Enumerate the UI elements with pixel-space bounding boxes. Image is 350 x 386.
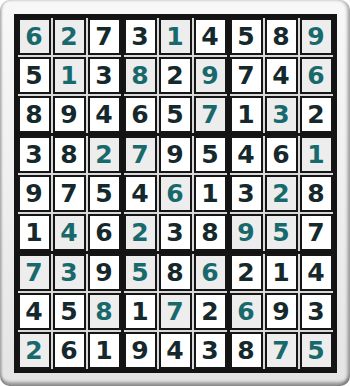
cell-r5c9[interactable]: 8 [300,175,333,212]
cell-r4c2[interactable]: 8 [53,136,86,173]
cell-r3c3[interactable]: 4 [88,96,121,133]
cell-r7c4[interactable]: 5 [124,254,157,291]
cell-r3c7[interactable]: 1 [230,96,263,133]
cell-r5c2[interactable]: 7 [53,175,86,212]
cell-r9c8[interactable]: 7 [265,332,298,369]
cell-r3c8[interactable]: 3 [265,96,298,133]
cell-r2c8[interactable]: 4 [265,57,298,94]
cell-r8c3[interactable]: 8 [88,293,121,330]
cell-r6c7[interactable]: 9 [230,214,263,251]
cell-r7c5[interactable]: 8 [159,254,192,291]
cell-r5c5[interactable]: 6 [159,175,192,212]
cell-r7c6[interactable]: 6 [194,254,227,291]
cell-r8c4[interactable]: 1 [124,293,157,330]
widget-frame: 6275138943148296575897461323829751467954… [0,0,350,386]
cell-r3c1[interactable]: 8 [18,96,51,133]
cell-r1c3[interactable]: 7 [88,18,121,55]
cell-r8c9[interactable]: 3 [300,293,333,330]
cell-r3c5[interactable]: 5 [159,96,192,133]
cell-r9c9[interactable]: 5 [300,332,333,369]
cell-r7c9[interactable]: 4 [300,254,333,291]
cell-r2c1[interactable]: 5 [18,57,51,94]
cell-r9c4[interactable]: 9 [124,332,157,369]
cell-r6c3[interactable]: 6 [88,214,121,251]
cell-r5c8[interactable]: 2 [265,175,298,212]
cell-r1c9[interactable]: 9 [300,18,333,55]
cell-r7c8[interactable]: 1 [265,254,298,291]
box-3-1: 739458261 [18,254,121,369]
cell-r2c9[interactable]: 6 [300,57,333,94]
cell-r2c2[interactable]: 1 [53,57,86,94]
cell-r8c2[interactable]: 5 [53,293,86,330]
cell-r8c7[interactable]: 6 [230,293,263,330]
box-2-2: 795461238 [124,136,227,251]
cell-r1c8[interactable]: 8 [265,18,298,55]
cell-r1c5[interactable]: 1 [159,18,192,55]
cell-r5c7[interactable]: 3 [230,175,263,212]
cell-r3c4[interactable]: 6 [124,96,157,133]
cell-r1c2[interactable]: 2 [53,18,86,55]
cell-r4c3[interactable]: 2 [88,136,121,173]
box-1-1: 627513894 [18,18,121,133]
box-2-1: 382975146 [18,136,121,251]
cell-r8c6[interactable]: 2 [194,293,227,330]
cell-r4c7[interactable]: 4 [230,136,263,173]
cell-r4c5[interactable]: 9 [159,136,192,173]
cell-r5c4[interactable]: 4 [124,175,157,212]
box-2-3: 461328957 [230,136,333,251]
cell-r6c5[interactable]: 3 [159,214,192,251]
cell-r9c1[interactable]: 2 [18,332,51,369]
cell-r8c8[interactable]: 9 [265,293,298,330]
cell-r3c6[interactable]: 7 [194,96,227,133]
cell-r1c4[interactable]: 3 [124,18,157,55]
cell-r5c3[interactable]: 5 [88,175,121,212]
cell-r6c8[interactable]: 5 [265,214,298,251]
sudoku-board: 6275138943148296575897461323829751467954… [14,14,337,373]
cell-r2c5[interactable]: 2 [159,57,192,94]
cell-r4c9[interactable]: 1 [300,136,333,173]
box-3-2: 586172943 [124,254,227,369]
cell-r9c3[interactable]: 1 [88,332,121,369]
cell-r7c7[interactable]: 2 [230,254,263,291]
cell-r3c2[interactable]: 9 [53,96,86,133]
cell-r2c4[interactable]: 8 [124,57,157,94]
cell-r2c6[interactable]: 9 [194,57,227,94]
cell-r9c5[interactable]: 4 [159,332,192,369]
cell-r7c2[interactable]: 3 [53,254,86,291]
cell-r3c9[interactable]: 2 [300,96,333,133]
box-1-2: 314829657 [124,18,227,133]
cell-r4c6[interactable]: 5 [194,136,227,173]
cell-r6c1[interactable]: 1 [18,214,51,251]
cell-r5c6[interactable]: 1 [194,175,227,212]
cell-r4c1[interactable]: 3 [18,136,51,173]
cell-r1c1[interactable]: 6 [18,18,51,55]
cell-r2c7[interactable]: 7 [230,57,263,94]
cell-r1c7[interactable]: 5 [230,18,263,55]
cell-r7c3[interactable]: 9 [88,254,121,291]
sudoku-widget: 6275138943148296575897461323829751467954… [0,0,350,386]
cell-r6c6[interactable]: 8 [194,214,227,251]
cell-r8c1[interactable]: 4 [18,293,51,330]
cell-r5c1[interactable]: 9 [18,175,51,212]
cell-r9c7[interactable]: 8 [230,332,263,369]
cell-r6c2[interactable]: 4 [53,214,86,251]
cell-r8c5[interactable]: 7 [159,293,192,330]
cell-r1c6[interactable]: 4 [194,18,227,55]
cell-r2c3[interactable]: 3 [88,57,121,94]
box-3-3: 214693875 [230,254,333,369]
cell-r4c4[interactable]: 7 [124,136,157,173]
cell-r9c6[interactable]: 3 [194,332,227,369]
box-1-3: 589746132 [230,18,333,133]
cell-r7c1[interactable]: 7 [18,254,51,291]
cell-r9c2[interactable]: 6 [53,332,86,369]
cell-r6c4[interactable]: 2 [124,214,157,251]
cell-r6c9[interactable]: 7 [300,214,333,251]
cell-r4c8[interactable]: 6 [265,136,298,173]
